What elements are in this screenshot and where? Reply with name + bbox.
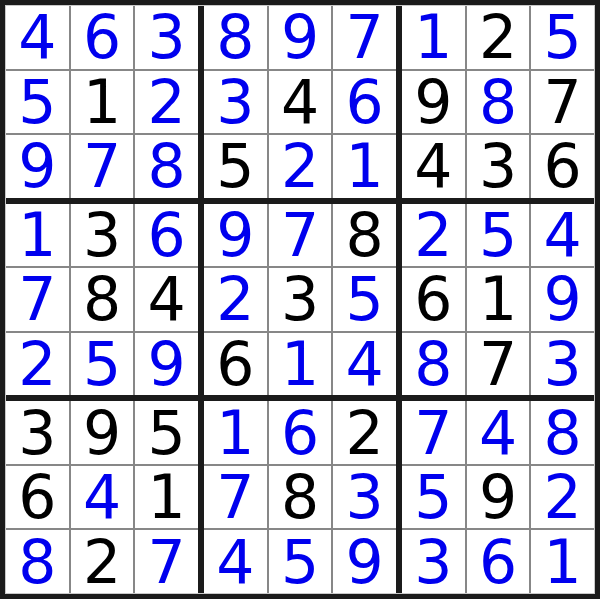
sudoku-grid: 4635129788973465211259874361367842599782…	[5, 5, 595, 594]
cell-r6c9[interactable]: 3	[531, 333, 594, 396]
cell-r6c3[interactable]: 9	[135, 333, 198, 396]
cell-r6c6[interactable]: 4	[333, 333, 396, 396]
cell-r2c8[interactable]: 8	[467, 71, 530, 134]
cell-r6c2[interactable]: 5	[71, 333, 134, 396]
cell-r7c6[interactable]: 2	[333, 401, 396, 464]
cell-r8c2[interactable]: 4	[71, 466, 134, 529]
cell-r1c5[interactable]: 9	[269, 6, 332, 69]
cell-r3c4[interactable]: 5	[204, 135, 267, 198]
cell-r3c9[interactable]: 6	[531, 135, 594, 198]
cell-r1c8[interactable]: 2	[467, 6, 530, 69]
cell-r8c5[interactable]: 8	[269, 466, 332, 529]
cell-r4c6[interactable]: 8	[333, 204, 396, 267]
cell-r9c7[interactable]: 3	[402, 530, 465, 593]
cell-r1c7[interactable]: 1	[402, 6, 465, 69]
cell-r4c1[interactable]: 1	[6, 204, 69, 267]
cell-r5c8[interactable]: 1	[467, 268, 530, 331]
cell-r2c9[interactable]: 7	[531, 71, 594, 134]
cell-r4c9[interactable]: 4	[531, 204, 594, 267]
cell-r9c6[interactable]: 9	[333, 530, 396, 593]
cell-r3c7[interactable]: 4	[402, 135, 465, 198]
box-3-3: 748592361	[402, 401, 594, 593]
cell-r9c4[interactable]: 4	[204, 530, 267, 593]
cell-r2c5[interactable]: 4	[269, 71, 332, 134]
cell-r6c4[interactable]: 6	[204, 333, 267, 396]
cell-r5c1[interactable]: 7	[6, 268, 69, 331]
cell-r6c1[interactable]: 2	[6, 333, 69, 396]
cell-r1c2[interactable]: 6	[71, 6, 134, 69]
cell-r2c2[interactable]: 1	[71, 71, 134, 134]
box-2-1: 136784259	[6, 204, 198, 396]
cell-r9c8[interactable]: 6	[467, 530, 530, 593]
cell-r5c2[interactable]: 8	[71, 268, 134, 331]
cell-r7c9[interactable]: 8	[531, 401, 594, 464]
cell-r7c1[interactable]: 3	[6, 401, 69, 464]
cell-r5c9[interactable]: 9	[531, 268, 594, 331]
cell-r5c3[interactable]: 4	[135, 268, 198, 331]
box-2-2: 978235614	[204, 204, 396, 396]
cell-r5c5[interactable]: 3	[269, 268, 332, 331]
cell-r7c4[interactable]: 1	[204, 401, 267, 464]
cell-r4c5[interactable]: 7	[269, 204, 332, 267]
box-2-3: 254619873	[402, 204, 594, 396]
cell-r3c5[interactable]: 2	[269, 135, 332, 198]
cell-r8c7[interactable]: 5	[402, 466, 465, 529]
cell-r1c1[interactable]: 4	[6, 6, 69, 69]
cell-r8c6[interactable]: 3	[333, 466, 396, 529]
cell-r3c2[interactable]: 7	[71, 135, 134, 198]
cell-r3c3[interactable]: 8	[135, 135, 198, 198]
cell-r4c2[interactable]: 3	[71, 204, 134, 267]
cell-r7c5[interactable]: 6	[269, 401, 332, 464]
cell-r2c4[interactable]: 3	[204, 71, 267, 134]
cell-r8c9[interactable]: 2	[531, 466, 594, 529]
cell-r9c3[interactable]: 7	[135, 530, 198, 593]
cell-r5c7[interactable]: 6	[402, 268, 465, 331]
cell-r2c6[interactable]: 6	[333, 71, 396, 134]
cell-r7c2[interactable]: 9	[71, 401, 134, 464]
cell-r1c4[interactable]: 8	[204, 6, 267, 69]
cell-r5c6[interactable]: 5	[333, 268, 396, 331]
cell-r9c2[interactable]: 2	[71, 530, 134, 593]
cell-r1c6[interactable]: 7	[333, 6, 396, 69]
cell-r4c4[interactable]: 9	[204, 204, 267, 267]
box-1-1: 463512978	[6, 6, 198, 198]
cell-r7c8[interactable]: 4	[467, 401, 530, 464]
box-1-2: 897346521	[204, 6, 396, 198]
cell-r2c1[interactable]: 5	[6, 71, 69, 134]
cell-r2c7[interactable]: 9	[402, 71, 465, 134]
cell-r8c4[interactable]: 7	[204, 466, 267, 529]
cell-r3c8[interactable]: 3	[467, 135, 530, 198]
cell-r7c3[interactable]: 5	[135, 401, 198, 464]
cell-r9c1[interactable]: 8	[6, 530, 69, 593]
cell-r8c3[interactable]: 1	[135, 466, 198, 529]
cell-r8c8[interactable]: 9	[467, 466, 530, 529]
sudoku-board: 4635129788973465211259874361367842599782…	[0, 0, 600, 599]
cell-r7c7[interactable]: 7	[402, 401, 465, 464]
cell-r5c4[interactable]: 2	[204, 268, 267, 331]
cell-r8c1[interactable]: 6	[6, 466, 69, 529]
box-1-3: 125987436	[402, 6, 594, 198]
cell-r1c3[interactable]: 3	[135, 6, 198, 69]
cell-r1c9[interactable]: 5	[531, 6, 594, 69]
cell-r9c9[interactable]: 1	[531, 530, 594, 593]
cell-r6c5[interactable]: 1	[269, 333, 332, 396]
box-3-1: 395641827	[6, 401, 198, 593]
cell-r2c3[interactable]: 2	[135, 71, 198, 134]
box-3-2: 162783459	[204, 401, 396, 593]
cell-r3c1[interactable]: 9	[6, 135, 69, 198]
cell-r3c6[interactable]: 1	[333, 135, 396, 198]
cell-r4c8[interactable]: 5	[467, 204, 530, 267]
cell-r6c7[interactable]: 8	[402, 333, 465, 396]
cell-r9c5[interactable]: 5	[269, 530, 332, 593]
cell-r4c3[interactable]: 6	[135, 204, 198, 267]
cell-r6c8[interactable]: 7	[467, 333, 530, 396]
cell-r4c7[interactable]: 2	[402, 204, 465, 267]
